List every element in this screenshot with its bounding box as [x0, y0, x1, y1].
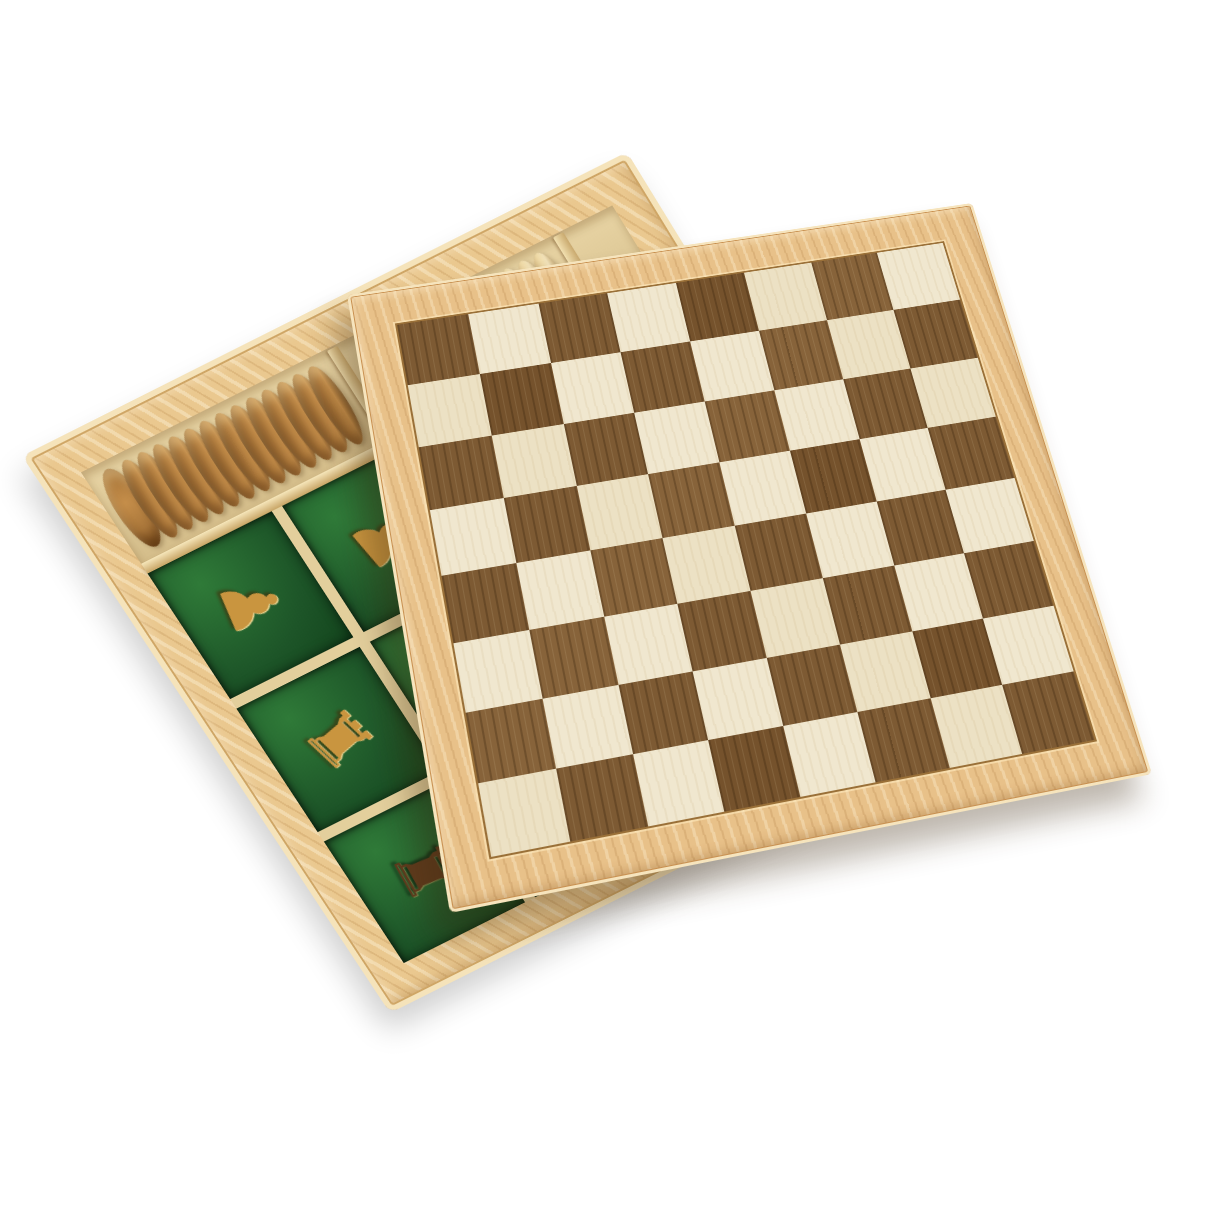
board-square [480, 363, 564, 435]
board-square [419, 435, 504, 510]
tray-piece-light-rook: ♜ [291, 697, 387, 784]
board-square [468, 304, 551, 374]
board-square [556, 755, 648, 842]
board-square [563, 412, 648, 486]
board-square [478, 769, 570, 857]
board-square [408, 374, 492, 447]
board-square [538, 293, 621, 363]
tray-piece-light-pawn: ♟ [205, 567, 296, 643]
board-square [491, 424, 576, 499]
board-square [397, 314, 479, 385]
chess-board [347, 203, 1152, 913]
board-square [576, 474, 662, 550]
product-photo-scene: ♟♟♛♜♞♞♜♟♟♝ [0, 0, 1214, 1214]
board-square [551, 352, 635, 424]
